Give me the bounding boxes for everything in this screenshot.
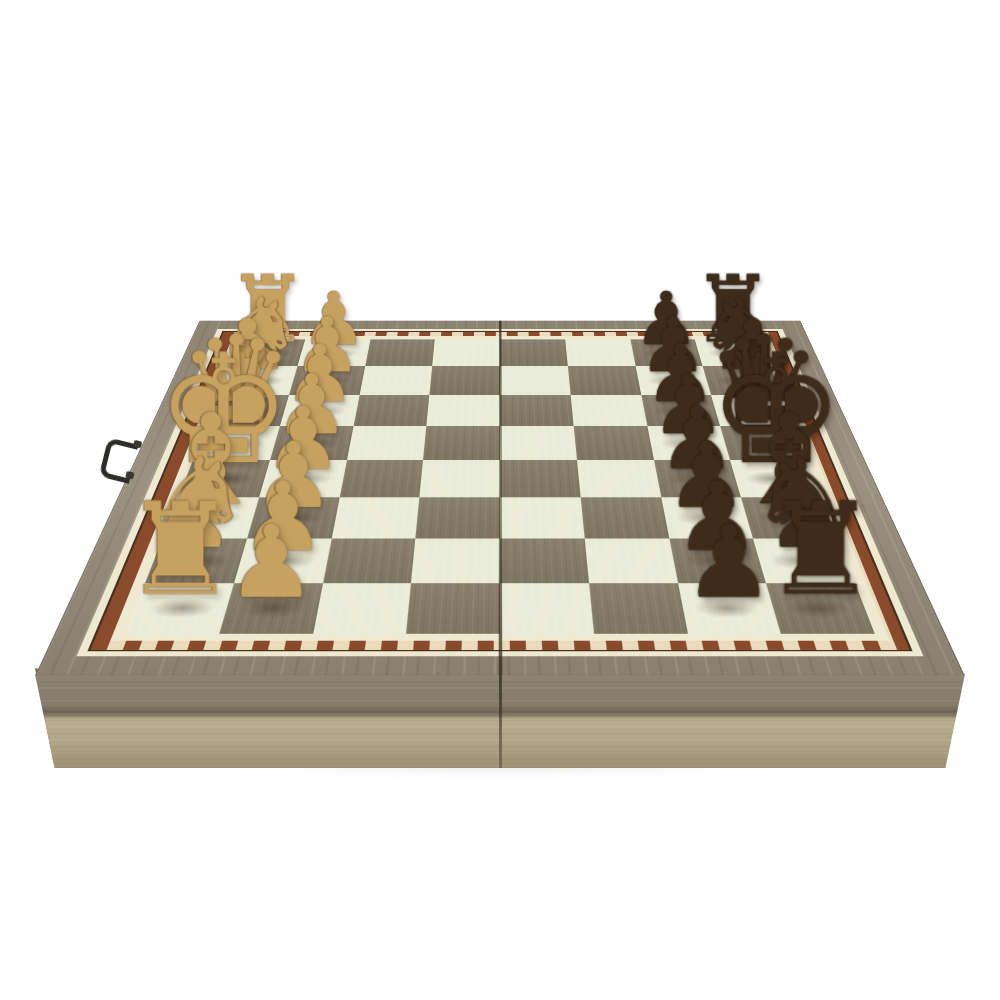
square-anchor <box>584 538 676 583</box>
white-pawn: ♟ <box>227 512 317 613</box>
square-anchor <box>416 497 500 538</box>
square-anchor <box>567 367 640 396</box>
square-anchor <box>348 426 428 460</box>
piece-glyph: ♟ <box>227 512 317 613</box>
square-anchor <box>500 460 580 497</box>
square-anchor: ♜ <box>764 583 871 633</box>
square-anchor <box>324 538 416 583</box>
square-anchor <box>354 395 430 426</box>
square-anchor <box>500 426 576 460</box>
square-anchor <box>427 395 500 426</box>
square-anchor <box>570 395 646 426</box>
square-anchor <box>573 426 653 460</box>
square-anchor <box>424 426 500 460</box>
square-anchor <box>500 583 593 633</box>
square-anchor <box>340 460 423 497</box>
product-photo-scene: ♜♟♟♜♞♟♟♞♝♟♟♝♛♟♟♛♚♟♟♚♝♟♟♝♞♟♟♞♜♟♟♜ <box>0 0 1000 1000</box>
square-anchor <box>500 497 584 538</box>
black-rook: ♜ <box>763 487 877 614</box>
square-anchor <box>430 367 500 396</box>
square-anchor <box>412 538 500 583</box>
square-anchor <box>360 367 433 396</box>
square-anchor <box>407 583 500 633</box>
square-anchor: ♜ <box>128 583 235 633</box>
square-anchor <box>576 460 659 497</box>
box-fold-seam-front <box>499 674 502 768</box>
piece-glyph: ♜ <box>123 487 237 614</box>
square-anchor <box>588 583 686 633</box>
white-rook: ♜ <box>123 487 237 614</box>
square-anchor <box>500 538 588 583</box>
square-anchor <box>332 497 420 538</box>
square-anchor <box>500 395 573 426</box>
chessboard: ♜♟♟♜♞♟♟♞♝♟♟♝♛♟♟♛♚♟♟♚♝♟♟♝♞♟♟♞♜♟♟♜ <box>35 321 965 676</box>
square-anchor <box>314 583 412 633</box>
square-anchor <box>500 367 570 396</box>
black-pawn: ♟ <box>683 512 773 613</box>
piece-glyph: ♟ <box>683 512 773 613</box>
square-anchor <box>420 460 500 497</box>
box-front-side <box>35 674 965 768</box>
square-anchor <box>580 497 668 538</box>
piece-glyph: ♜ <box>763 487 877 614</box>
